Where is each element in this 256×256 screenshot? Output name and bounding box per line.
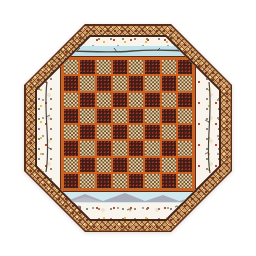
square-b3[interactable] [80, 141, 94, 155]
square-g5[interactable] [162, 109, 176, 123]
square-h7[interactable] [178, 76, 192, 90]
square-e6[interactable] [129, 93, 143, 107]
square-c8[interactable] [97, 60, 111, 74]
square-c7[interactable] [97, 76, 111, 90]
chess-board-grid [64, 60, 192, 188]
square-b5[interactable] [80, 109, 94, 123]
square-f8[interactable] [145, 60, 159, 74]
square-c5[interactable] [97, 109, 111, 123]
square-g2[interactable] [162, 158, 176, 172]
square-a7[interactable] [64, 76, 78, 90]
square-f4[interactable] [145, 125, 159, 139]
square-f5[interactable] [145, 109, 159, 123]
square-h1[interactable] [178, 174, 192, 188]
square-e8[interactable] [129, 60, 143, 74]
square-g4[interactable] [162, 125, 176, 139]
square-c2[interactable] [97, 158, 111, 172]
square-h4[interactable] [178, 125, 192, 139]
square-f1[interactable] [145, 174, 159, 188]
square-e1[interactable] [129, 174, 143, 188]
screenshot-canvas [0, 0, 256, 256]
square-g3[interactable] [162, 141, 176, 155]
square-h2[interactable] [178, 158, 192, 172]
square-f2[interactable] [145, 158, 159, 172]
square-a3[interactable] [64, 141, 78, 155]
miniature-painting-border [37, 37, 219, 219]
square-h6[interactable] [178, 93, 192, 107]
square-b4[interactable] [80, 125, 94, 139]
square-c6[interactable] [97, 93, 111, 107]
square-e5[interactable] [129, 109, 143, 123]
square-a4[interactable] [64, 125, 78, 139]
square-h5[interactable] [178, 109, 192, 123]
square-d5[interactable] [113, 109, 127, 123]
square-a6[interactable] [64, 93, 78, 107]
square-d2[interactable] [113, 158, 127, 172]
square-b8[interactable] [80, 60, 94, 74]
square-g6[interactable] [162, 93, 176, 107]
square-a8[interactable] [64, 60, 78, 74]
square-b6[interactable] [80, 93, 94, 107]
square-a2[interactable] [64, 158, 78, 172]
chess-board [60, 56, 196, 192]
square-d6[interactable] [113, 93, 127, 107]
square-c4[interactable] [97, 125, 111, 139]
square-g8[interactable] [162, 60, 176, 74]
square-h8[interactable] [178, 60, 192, 74]
square-d4[interactable] [113, 125, 127, 139]
octagonal-chessboard [24, 24, 232, 232]
square-c3[interactable] [97, 141, 111, 155]
square-e4[interactable] [129, 125, 143, 139]
square-f6[interactable] [145, 93, 159, 107]
square-b7[interactable] [80, 76, 94, 90]
square-h3[interactable] [178, 141, 192, 155]
square-d3[interactable] [113, 141, 127, 155]
square-a1[interactable] [64, 174, 78, 188]
square-e2[interactable] [129, 158, 143, 172]
square-b1[interactable] [80, 174, 94, 188]
square-d1[interactable] [113, 174, 127, 188]
square-a5[interactable] [64, 109, 78, 123]
square-e3[interactable] [129, 141, 143, 155]
square-f3[interactable] [145, 141, 159, 155]
square-g7[interactable] [162, 76, 176, 90]
square-g1[interactable] [162, 174, 176, 188]
square-d7[interactable] [113, 76, 127, 90]
square-f7[interactable] [145, 76, 159, 90]
square-e7[interactable] [129, 76, 143, 90]
square-d8[interactable] [113, 60, 127, 74]
square-c1[interactable] [97, 174, 111, 188]
square-b2[interactable] [80, 158, 94, 172]
